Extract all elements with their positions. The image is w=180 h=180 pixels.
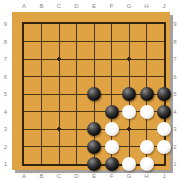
intersection-G7[interactable] [120, 50, 138, 68]
intersection-A8[interactable] [15, 33, 33, 51]
white-stone [122, 157, 136, 171]
row-label-left-4: 4 [4, 109, 7, 115]
intersection-C2[interactable] [50, 138, 68, 156]
intersection-G6[interactable] [120, 68, 138, 86]
intersection-E9[interactable] [85, 15, 103, 33]
row-label-left-1: 1 [4, 161, 7, 167]
intersection-B3[interactable] [33, 120, 51, 138]
intersection-A9[interactable] [15, 15, 33, 33]
intersection-C8[interactable] [50, 33, 68, 51]
intersection-F3[interactable] [103, 120, 121, 138]
black-stone [122, 87, 136, 101]
intersection-B5[interactable] [33, 85, 51, 103]
column-label-bottom-G: G [127, 173, 132, 179]
white-stone [157, 140, 171, 154]
intersection-J8[interactable] [155, 33, 173, 51]
intersection-E8[interactable] [85, 33, 103, 51]
intersection-J2[interactable] [155, 138, 173, 156]
intersection-H4[interactable] [138, 103, 156, 121]
intersection-B6[interactable] [33, 68, 51, 86]
white-stone [140, 140, 154, 154]
intersection-F8[interactable] [103, 33, 121, 51]
row-label-right-8: 8 [173, 39, 176, 45]
row-label-right-9: 9 [173, 21, 176, 27]
black-stone [105, 157, 119, 171]
intersection-C7[interactable] [50, 50, 68, 68]
intersection-C5[interactable] [50, 85, 68, 103]
white-stone [157, 122, 171, 136]
intersection-F6[interactable] [103, 68, 121, 86]
intersection-H9[interactable] [138, 15, 156, 33]
intersection-E4[interactable] [85, 103, 103, 121]
black-stone [87, 157, 101, 171]
intersection-E1[interactable] [85, 155, 103, 173]
intersection-C9[interactable] [50, 15, 68, 33]
intersection-D8[interactable] [68, 33, 86, 51]
row-label-right-6: 6 [173, 74, 176, 80]
column-label-bottom-J: J [163, 173, 166, 179]
intersection-H3[interactable] [138, 120, 156, 138]
intersection-D9[interactable] [68, 15, 86, 33]
intersection-H2[interactable] [138, 138, 156, 156]
intersection-A2[interactable] [15, 138, 33, 156]
white-stone [105, 122, 119, 136]
white-stone [105, 140, 119, 154]
white-stone [122, 105, 136, 119]
row-label-left-8: 8 [4, 39, 7, 45]
row-label-left-2: 2 [4, 144, 7, 150]
intersection-A3[interactable] [15, 120, 33, 138]
intersection-D2[interactable] [68, 138, 86, 156]
intersection-F4[interactable] [103, 103, 121, 121]
intersection-H6[interactable] [138, 68, 156, 86]
intersection-G3[interactable] [120, 120, 138, 138]
intersection-F1[interactable] [103, 155, 121, 173]
intersection-B7[interactable] [33, 50, 51, 68]
intersection-B1[interactable] [33, 155, 51, 173]
column-label-bottom-B: B [39, 173, 43, 179]
intersection-D3[interactable] [68, 120, 86, 138]
column-label-top-A: A [22, 3, 26, 9]
row-label-left-5: 5 [4, 91, 7, 97]
intersection-G5[interactable] [120, 85, 138, 103]
column-label-top-G: G [127, 3, 132, 9]
go-board [12, 12, 170, 170]
black-stone [87, 140, 101, 154]
column-label-top-D: D [74, 3, 78, 9]
column-label-bottom-E: E [92, 173, 96, 179]
row-label-right-7: 7 [173, 56, 176, 62]
column-label-top-J: J [163, 3, 166, 9]
intersection-G4[interactable] [120, 103, 138, 121]
column-label-bottom-D: D [74, 173, 78, 179]
intersection-J6[interactable] [155, 68, 173, 86]
white-stone [140, 157, 154, 171]
row-label-right-1: 1 [173, 161, 176, 167]
intersection-D5[interactable] [68, 85, 86, 103]
intersection-E3[interactable] [85, 120, 103, 138]
row-label-left-6: 6 [4, 74, 7, 80]
intersection-E6[interactable] [85, 68, 103, 86]
intersection-D1[interactable] [68, 155, 86, 173]
intersection-J1[interactable] [155, 155, 173, 173]
row-label-left-3: 3 [4, 126, 7, 132]
row-label-right-4: 4 [173, 109, 176, 115]
intersection-A1[interactable] [15, 155, 33, 173]
intersection-G9[interactable] [120, 15, 138, 33]
intersection-A5[interactable] [15, 85, 33, 103]
white-stone [140, 105, 154, 119]
black-stone [105, 105, 119, 119]
column-label-top-B: B [39, 3, 43, 9]
row-label-left-9: 9 [4, 21, 7, 27]
intersection-C6[interactable] [50, 68, 68, 86]
intersection-A6[interactable] [15, 68, 33, 86]
intersection-B2[interactable] [33, 138, 51, 156]
intersection-J9[interactable] [155, 15, 173, 33]
intersection-C1[interactable] [50, 155, 68, 173]
intersection-B8[interactable] [33, 33, 51, 51]
go-board-screenshot: AABBCCDDEEFFGGHHJJ998877665544332211 [0, 0, 180, 180]
intersection-H8[interactable] [138, 33, 156, 51]
black-stone [157, 87, 171, 101]
intersection-D4[interactable] [68, 103, 86, 121]
intersection-H7[interactable] [138, 50, 156, 68]
black-stone [140, 87, 154, 101]
intersection-B4[interactable] [33, 103, 51, 121]
column-label-top-C: C [57, 3, 61, 9]
intersection-E7[interactable] [85, 50, 103, 68]
column-label-top-E: E [92, 3, 96, 9]
intersection-A7[interactable] [15, 50, 33, 68]
column-label-bottom-H: H [144, 173, 148, 179]
row-label-right-5: 5 [173, 91, 176, 97]
row-label-right-3: 3 [173, 126, 176, 132]
intersection-H5[interactable] [138, 85, 156, 103]
intersection-D6[interactable] [68, 68, 86, 86]
intersection-J5[interactable] [155, 85, 173, 103]
column-label-top-H: H [144, 3, 148, 9]
intersection-G1[interactable] [120, 155, 138, 173]
column-label-bottom-F: F [110, 173, 114, 179]
intersection-J7[interactable] [155, 50, 173, 68]
intersection-G2[interactable] [120, 138, 138, 156]
row-label-right-2: 2 [173, 144, 176, 150]
intersection-J3[interactable] [155, 120, 173, 138]
black-stone [87, 87, 101, 101]
column-label-top-F: F [110, 3, 114, 9]
intersection-F9[interactable] [103, 15, 121, 33]
intersection-F2[interactable] [103, 138, 121, 156]
column-label-bottom-A: A [22, 173, 26, 179]
intersection-C3[interactable] [50, 120, 68, 138]
intersection-B9[interactable] [33, 15, 51, 33]
intersection-E2[interactable] [85, 138, 103, 156]
intersection-A4[interactable] [15, 103, 33, 121]
intersection-E5[interactable] [85, 85, 103, 103]
intersection-H1[interactable] [138, 155, 156, 173]
intersection-J4[interactable] [155, 103, 173, 121]
intersection-F7[interactable] [103, 50, 121, 68]
intersection-D7[interactable] [68, 50, 86, 68]
black-stone [157, 105, 171, 119]
row-label-left-7: 7 [4, 56, 7, 62]
intersection-G8[interactable] [120, 33, 138, 51]
intersection-C4[interactable] [50, 103, 68, 121]
intersection-F5[interactable] [103, 85, 121, 103]
intersections [15, 15, 173, 173]
column-label-bottom-C: C [57, 173, 61, 179]
black-stone [87, 122, 101, 136]
